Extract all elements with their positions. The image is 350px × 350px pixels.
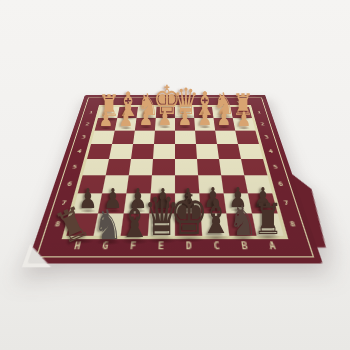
square-d3[interactable] — [175, 131, 196, 145]
rank-label-7: 7 — [283, 200, 290, 207]
rank-label-6: 6 — [277, 181, 284, 188]
rank-label-5: 5 — [72, 164, 78, 170]
rank-label-5: 5 — [272, 164, 278, 170]
chessboard-photo: HGFEDCBA HGFEDCBA 12345678 12345678 ♚♛♝♞… — [0, 0, 350, 350]
white-pawn-glyph: ♟ — [198, 109, 212, 129]
rank-label-6: 6 — [66, 181, 73, 188]
square-h4[interactable] — [87, 144, 112, 159]
white-pawn-glyph: ♟ — [237, 110, 251, 130]
black-knight-glyph: ♞ — [229, 200, 258, 242]
square-c5[interactable] — [197, 159, 221, 175]
white-pawn-glyph: ♟ — [178, 109, 192, 129]
rank-label-2: 2 — [85, 122, 90, 127]
square-g4[interactable] — [109, 144, 133, 159]
square-a4[interactable] — [238, 144, 263, 159]
square-f3[interactable] — [133, 131, 155, 145]
rank-label-8: 8 — [289, 220, 297, 228]
white-pawn-glyph: ♟ — [139, 109, 153, 129]
black-rook-glyph: ♜ — [253, 197, 283, 240]
square-d5[interactable] — [175, 159, 198, 175]
square-e5[interactable] — [152, 159, 175, 175]
square-h3[interactable] — [91, 131, 115, 145]
square-b3[interactable] — [215, 131, 238, 145]
square-a3[interactable] — [235, 131, 259, 145]
rank-label-2: 2 — [260, 122, 265, 127]
square-g5[interactable] — [106, 159, 131, 175]
square-a5[interactable] — [241, 159, 267, 175]
black-bishop-glyph: ♝ — [119, 196, 151, 245]
square-c4[interactable] — [196, 144, 219, 159]
white-pawn-glyph: ♟ — [119, 110, 133, 130]
square-g3[interactable] — [112, 131, 135, 145]
rank-label-4: 4 — [268, 149, 274, 154]
rank-label-3: 3 — [81, 135, 86, 140]
white-pawn-glyph: ♟ — [99, 110, 113, 130]
white-pawn-glyph: ♟ — [158, 109, 172, 129]
square-f5[interactable] — [129, 159, 153, 175]
square-c3[interactable] — [195, 131, 217, 145]
black-knight-glyph: ♞ — [94, 204, 123, 246]
square-b4[interactable] — [217, 144, 241, 159]
rank-label-3: 3 — [264, 135, 269, 140]
rank-label-1: 1 — [89, 110, 94, 114]
white-pawn-glyph: ♟ — [217, 109, 231, 129]
square-d4[interactable] — [175, 144, 197, 159]
rank-label-1: 1 — [257, 110, 262, 114]
square-e3[interactable] — [154, 131, 175, 145]
rank-label-4: 4 — [76, 149, 82, 154]
square-f4[interactable] — [131, 144, 154, 159]
square-e4[interactable] — [153, 144, 175, 159]
